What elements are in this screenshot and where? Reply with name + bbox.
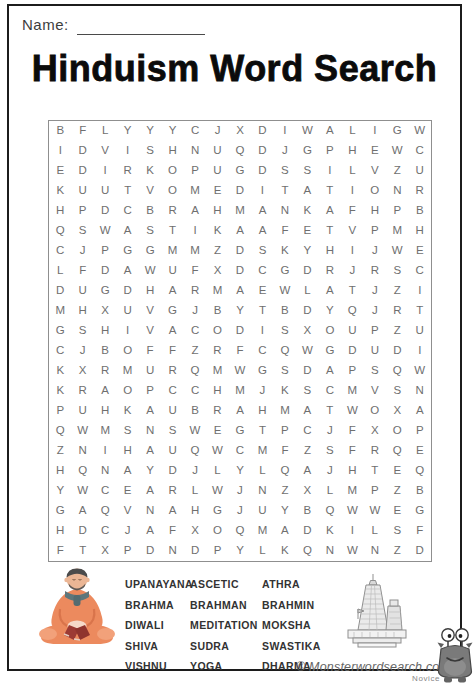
grid-cell[interactable]: Q [71, 461, 93, 481]
grid-cell[interactable]: S [296, 161, 318, 181]
grid-cell[interactable]: T [251, 301, 273, 321]
grid-cell[interactable]: J [184, 301, 206, 321]
grid-cell[interactable]: D [116, 281, 138, 301]
grid-cell[interactable]: X [206, 261, 228, 281]
grid-cell[interactable]: I [49, 141, 71, 161]
grid-cell[interactable]: I [341, 241, 363, 261]
grid-cell[interactable]: V [341, 221, 363, 241]
grid-cell[interactable]: Q [341, 301, 363, 321]
grid-cell[interactable]: S [296, 381, 318, 401]
grid-cell[interactable]: C [94, 481, 116, 501]
grid-cell[interactable]: J [184, 461, 206, 481]
grid-cell[interactable]: I [274, 121, 296, 141]
grid-cell[interactable]: W [296, 121, 318, 141]
grid-cell[interactable]: T [319, 401, 341, 421]
grid-cell[interactable]: Q [319, 501, 341, 521]
grid-cell[interactable]: W [94, 221, 116, 241]
grid-cell[interactable]: F [184, 261, 206, 281]
grid-cell[interactable]: I [184, 221, 206, 241]
grid-cell[interactable]: A [296, 181, 318, 201]
grid-cell[interactable]: H [94, 401, 116, 421]
grid-cell[interactable]: A [94, 381, 116, 401]
grid-cell[interactable]: D [229, 181, 251, 201]
grid-cell[interactable]: M [184, 241, 206, 261]
grid-cell[interactable]: S [116, 421, 138, 441]
grid-cell[interactable]: E [409, 241, 431, 261]
grid-cell[interactable]: D [251, 141, 273, 161]
grid-cell[interactable]: E [409, 441, 431, 461]
grid-cell[interactable]: U [71, 401, 93, 421]
grid-cell[interactable]: Q [184, 361, 206, 381]
grid-cell[interactable]: Y [274, 501, 296, 521]
grid-cell[interactable]: D [251, 161, 273, 181]
grid-cell[interactable]: Y [296, 241, 318, 261]
grid-cell[interactable]: D [94, 201, 116, 221]
grid-cell[interactable]: T [71, 541, 93, 561]
grid-cell[interactable]: N [71, 441, 93, 461]
grid-cell[interactable]: I [409, 281, 431, 301]
grid-cell[interactable]: R [116, 161, 138, 181]
grid-cell[interactable]: S [386, 381, 408, 401]
grid-cell[interactable]: C [184, 121, 206, 141]
grid-cell[interactable]: J [116, 521, 138, 541]
grid-cell[interactable]: O [206, 521, 228, 541]
grid-cell[interactable]: B [49, 121, 71, 141]
grid-cell[interactable]: G [139, 241, 161, 261]
grid-cell[interactable]: R [161, 201, 183, 221]
grid-cell[interactable]: M [49, 301, 71, 321]
grid-cell[interactable]: V [139, 181, 161, 201]
grid-cell[interactable]: S [364, 361, 386, 381]
grid-cell[interactable]: W [364, 501, 386, 521]
grid-cell[interactable]: M [251, 521, 273, 541]
grid-cell[interactable]: U [206, 141, 228, 161]
grid-cell[interactable]: D [251, 121, 273, 141]
grid-cell[interactable]: B [206, 301, 228, 321]
grid-cell[interactable]: X [229, 121, 251, 141]
grid-cell[interactable]: D [49, 281, 71, 301]
grid-cell[interactable]: F [409, 521, 431, 541]
grid-cell[interactable]: P [364, 221, 386, 241]
grid-cell[interactable]: N [251, 481, 273, 501]
grid-cell[interactable]: K [206, 221, 228, 241]
grid-cell[interactable]: B [409, 201, 431, 221]
grid-cell[interactable]: T [161, 221, 183, 241]
grid-cell[interactable]: Y [49, 481, 71, 501]
grid-cell[interactable]: W [409, 121, 431, 141]
grid-cell[interactable]: D [71, 141, 93, 161]
grid-cell[interactable]: T [319, 181, 341, 201]
grid-cell[interactable]: Q [386, 441, 408, 461]
grid-cell[interactable]: P [71, 201, 93, 221]
grid-cell[interactable]: M [229, 381, 251, 401]
grid-cell[interactable]: I [341, 181, 363, 201]
grid-cell[interactable]: M [386, 221, 408, 241]
grid-cell[interactable]: U [161, 261, 183, 281]
grid-cell[interactable]: D [409, 541, 431, 561]
grid-cell[interactable]: X [386, 401, 408, 421]
grid-cell[interactable]: E [386, 461, 408, 481]
grid-cell[interactable]: K [296, 201, 318, 221]
grid-cell[interactable]: M [341, 381, 363, 401]
grid-cell[interactable]: Z [386, 161, 408, 181]
grid-cell[interactable]: P [206, 541, 228, 561]
grid-cell[interactable]: U [364, 341, 386, 361]
grid-cell[interactable]: L [364, 521, 386, 541]
grid-cell[interactable]: L [341, 121, 363, 141]
grid-cell[interactable]: I [341, 521, 363, 541]
grid-cell[interactable]: V [139, 321, 161, 341]
grid-cell[interactable]: K [49, 381, 71, 401]
grid-cell[interactable]: X [94, 541, 116, 561]
grid-cell[interactable]: L [296, 281, 318, 301]
grid-cell[interactable]: Y [319, 301, 341, 321]
grid-cell[interactable]: A [161, 321, 183, 341]
grid-cell[interactable]: Y [116, 121, 138, 141]
grid-cell[interactable]: A [161, 501, 183, 521]
grid-cell[interactable]: I [251, 321, 273, 341]
grid-cell[interactable]: C [49, 241, 71, 261]
grid-cell[interactable]: N [364, 541, 386, 561]
grid-cell[interactable]: C [296, 421, 318, 441]
grid-cell[interactable]: U [161, 401, 183, 421]
grid-cell[interactable]: F [341, 441, 363, 461]
grid-cell[interactable]: S [251, 241, 273, 261]
grid-cell[interactable]: D [184, 541, 206, 561]
grid-cell[interactable]: H [341, 461, 363, 481]
grid-cell[interactable]: J [364, 281, 386, 301]
grid-cell[interactable]: M [274, 401, 296, 421]
grid-cell[interactable]: E [364, 141, 386, 161]
grid-cell[interactable]: Q [409, 461, 431, 481]
grid-cell[interactable]: W [341, 501, 363, 521]
grid-cell[interactable]: L [184, 481, 206, 501]
grid-cell[interactable]: U [71, 181, 93, 201]
grid-cell[interactable]: G [161, 301, 183, 321]
grid-cell[interactable]: T [251, 421, 273, 441]
grid-cell[interactable]: A [251, 221, 273, 241]
grid-cell[interactable]: E [386, 501, 408, 521]
grid-cell[interactable]: F [274, 441, 296, 461]
grid-cell[interactable]: G [94, 281, 116, 301]
grid-cell[interactable]: S [139, 221, 161, 241]
grid-cell[interactable]: G [116, 241, 138, 261]
grid-cell[interactable]: Q [184, 441, 206, 461]
grid-cell[interactable]: O [116, 341, 138, 361]
grid-cell[interactable]: B [184, 401, 206, 421]
grid-cell[interactable]: C [161, 381, 183, 401]
grid-cell[interactable]: U [409, 161, 431, 181]
grid-cell[interactable]: B [139, 201, 161, 221]
grid-cell[interactable]: F [229, 341, 251, 361]
grid-cell[interactable]: V [364, 381, 386, 401]
grid-cell[interactable]: R [161, 361, 183, 381]
grid-cell[interactable]: U [206, 161, 228, 181]
grid-cell[interactable]: H [49, 201, 71, 221]
grid-cell[interactable]: R [206, 401, 228, 421]
grid-cell[interactable]: P [409, 421, 431, 441]
grid-cell[interactable]: C [251, 341, 273, 361]
grid-cell[interactable]: G [229, 161, 251, 181]
grid-cell[interactable]: M [206, 281, 228, 301]
grid-cell[interactable]: X [71, 361, 93, 381]
grid-cell[interactable]: R [386, 301, 408, 321]
grid-cell[interactable]: V [139, 301, 161, 321]
grid-cell[interactable]: W [229, 361, 251, 381]
grid-cell[interactable]: S [319, 441, 341, 461]
grid-cell[interactable]: A [139, 521, 161, 541]
grid-cell[interactable]: W [184, 421, 206, 441]
grid-cell[interactable]: D [94, 261, 116, 281]
grid-cell[interactable]: F [71, 121, 93, 141]
grid-cell[interactable]: J [319, 421, 341, 441]
grid-cell[interactable]: D [229, 321, 251, 341]
grid-cell[interactable]: S [386, 521, 408, 541]
grid-cell[interactable]: K [319, 521, 341, 541]
grid-cell[interactable]: J [341, 261, 363, 281]
grid-cell[interactable]: D [386, 341, 408, 361]
grid-cell[interactable]: H [409, 221, 431, 241]
grid-cell[interactable]: P [386, 201, 408, 221]
grid-cell[interactable]: R [161, 481, 183, 501]
grid-cell[interactable]: W [386, 141, 408, 161]
grid-cell[interactable]: K [274, 381, 296, 401]
grid-cell[interactable]: L [251, 461, 273, 481]
grid-cell[interactable]: H [319, 241, 341, 261]
grid-cell[interactable]: Z [386, 321, 408, 341]
grid-cell[interactable]: R [409, 181, 431, 201]
grid-cell[interactable]: Y [229, 541, 251, 561]
grid-cell[interactable]: N [161, 541, 183, 561]
grid-cell[interactable]: D [341, 341, 363, 361]
grid-cell[interactable]: A [139, 441, 161, 461]
grid-cell[interactable]: O [161, 161, 183, 181]
grid-cell[interactable]: X [296, 321, 318, 341]
grid-cell[interactable]: J [274, 141, 296, 161]
grid-cell[interactable]: B [274, 301, 296, 321]
grid-cell[interactable]: Q [94, 501, 116, 521]
grid-cell[interactable]: I [319, 161, 341, 181]
grid-cell[interactable]: D [161, 461, 183, 481]
grid-cell[interactable]: T [364, 461, 386, 481]
grid-cell[interactable]: R [71, 381, 93, 401]
grid-cell[interactable]: H [341, 141, 363, 161]
grid-cell[interactable]: W [386, 241, 408, 261]
grid-cell[interactable]: W [139, 261, 161, 281]
grid-cell[interactable]: C [116, 201, 138, 221]
grid-cell[interactable]: H [184, 501, 206, 521]
grid-cell[interactable]: H [49, 461, 71, 481]
grid-cell[interactable]: I [94, 441, 116, 461]
grid-cell[interactable]: G [386, 121, 408, 141]
grid-cell[interactable]: J [251, 381, 273, 401]
grid-cell[interactable]: W [71, 481, 93, 501]
grid-cell[interactable]: D [71, 521, 93, 541]
grid-cell[interactable]: K [116, 401, 138, 421]
grid-cell[interactable]: S [139, 141, 161, 161]
grid-cell[interactable]: N [94, 461, 116, 481]
grid-cell[interactable]: X [296, 481, 318, 501]
grid-cell[interactable]: F [139, 341, 161, 361]
grid-cell[interactable]: Q [229, 521, 251, 541]
grid-cell[interactable]: T [319, 221, 341, 241]
grid-cell[interactable]: P [94, 241, 116, 261]
grid-cell[interactable]: O [364, 401, 386, 421]
grid-cell[interactable]: K [274, 541, 296, 561]
grid-cell[interactable]: N [139, 421, 161, 441]
grid-cell[interactable]: D [139, 541, 161, 561]
grid-cell[interactable]: H [206, 381, 228, 401]
grid-cell[interactable]: Z [386, 541, 408, 561]
grid-cell[interactable]: U [94, 181, 116, 201]
grid-cell[interactable]: A [116, 461, 138, 481]
grid-cell[interactable]: A [71, 501, 93, 521]
grid-cell[interactable]: Z [274, 481, 296, 501]
grid-cell[interactable]: B [296, 501, 318, 521]
grid-cell[interactable]: N [274, 201, 296, 221]
grid-cell[interactable]: A [116, 261, 138, 281]
grid-cell[interactable]: U [139, 361, 161, 381]
grid-cell[interactable]: N [319, 541, 341, 561]
grid-cell[interactable]: P [184, 161, 206, 181]
grid-cell[interactable]: W [341, 541, 363, 561]
grid-cell[interactable]: A [296, 401, 318, 421]
grid-cell[interactable]: F [274, 221, 296, 241]
grid-cell[interactable]: H [49, 521, 71, 541]
grid-cell[interactable]: H [251, 401, 273, 421]
grid-cell[interactable]: D [229, 261, 251, 281]
grid-cell[interactable]: Q [274, 341, 296, 361]
grid-cell[interactable]: W [409, 361, 431, 381]
grid-cell[interactable]: D [296, 301, 318, 321]
grid-cell[interactable]: A [251, 201, 273, 221]
grid-cell[interactable]: D [296, 361, 318, 381]
grid-cell[interactable]: K [274, 241, 296, 261]
grid-cell[interactable]: N [184, 141, 206, 161]
grid-cell[interactable]: N [409, 381, 431, 401]
grid-cell[interactable]: Z [184, 341, 206, 361]
grid-cell[interactable]: U [161, 441, 183, 461]
grid-cell[interactable]: E [206, 181, 228, 201]
grid-cell[interactable]: J [319, 461, 341, 481]
grid-cell[interactable]: C [94, 521, 116, 541]
grid-cell[interactable]: U [341, 321, 363, 341]
grid-cell[interactable]: C [184, 321, 206, 341]
grid-cell[interactable]: C [409, 261, 431, 281]
grid-cell[interactable]: E [251, 281, 273, 301]
grid-cell[interactable]: Z [49, 441, 71, 461]
grid-cell[interactable]: M [116, 361, 138, 381]
grid-cell[interactable]: Z [386, 481, 408, 501]
grid-cell[interactable]: Y [229, 301, 251, 321]
grid-cell[interactable]: J [206, 121, 228, 141]
grid-cell[interactable]: A [409, 401, 431, 421]
grid-cell[interactable]: S [386, 261, 408, 281]
grid-cell[interactable]: J [364, 241, 386, 261]
grid-cell[interactable]: H [206, 201, 228, 221]
grid-cell[interactable]: S [71, 221, 93, 241]
grid-cell[interactable]: J [71, 241, 93, 261]
grid-cell[interactable]: S [274, 321, 296, 341]
grid-cell[interactable]: Z [296, 441, 318, 461]
grid-cell[interactable]: K [139, 161, 161, 181]
grid-cell[interactable]: Q [296, 541, 318, 561]
grid-cell[interactable]: I [116, 141, 138, 161]
grid-cell[interactable]: H [161, 141, 183, 161]
grid-cell[interactable]: Y [229, 461, 251, 481]
grid-cell[interactable]: G [274, 261, 296, 281]
grid-cell[interactable]: C [251, 261, 273, 281]
grid-cell[interactable]: X [94, 301, 116, 321]
grid-cell[interactable]: P [49, 401, 71, 421]
grid-cell[interactable]: O [206, 321, 228, 341]
grid-cell[interactable]: T [116, 181, 138, 201]
grid-cell[interactable]: X [184, 521, 206, 541]
grid-cell[interactable]: E [296, 221, 318, 241]
grid-cell[interactable]: R [184, 281, 206, 301]
grid-cell[interactable]: M [206, 361, 228, 381]
grid-cell[interactable]: F [71, 261, 93, 281]
grid-cell[interactable]: J [71, 341, 93, 361]
grid-cell[interactable]: W [274, 281, 296, 301]
grid-cell[interactable]: S [274, 161, 296, 181]
grid-cell[interactable]: T [274, 181, 296, 201]
grid-cell[interactable]: M [251, 441, 273, 461]
grid-cell[interactable]: W [341, 401, 363, 421]
grid-cell[interactable]: I [94, 161, 116, 181]
grid-cell[interactable]: M [229, 201, 251, 221]
grid-cell[interactable]: A [319, 281, 341, 301]
grid-cell[interactable]: A [274, 521, 296, 541]
grid-cell[interactable]: R [364, 261, 386, 281]
grid-cell[interactable]: A [229, 221, 251, 241]
grid-cell[interactable]: Y [161, 121, 183, 141]
grid-cell[interactable]: Y [139, 461, 161, 481]
grid-cell[interactable]: H [364, 201, 386, 221]
grid-cell[interactable]: W [296, 341, 318, 361]
grid-cell[interactable]: B [94, 341, 116, 361]
grid-cell[interactable]: S [274, 361, 296, 381]
grid-cell[interactable]: E [206, 421, 228, 441]
grid-cell[interactable]: B [409, 481, 431, 501]
grid-cell[interactable]: C [409, 141, 431, 161]
grid-cell[interactable]: D [229, 241, 251, 261]
grid-cell[interactable]: O [319, 321, 341, 341]
grid-cell[interactable]: G [319, 341, 341, 361]
grid-cell[interactable]: G [206, 501, 228, 521]
grid-cell[interactable]: U [409, 321, 431, 341]
grid-cell[interactable]: L [341, 161, 363, 181]
grid-cell[interactable]: J [229, 501, 251, 521]
grid-cell[interactable]: A [319, 121, 341, 141]
grid-cell[interactable]: M [341, 481, 363, 501]
grid-cell[interactable]: N [139, 501, 161, 521]
grid-cell[interactable]: P [364, 321, 386, 341]
grid-cell[interactable]: Q [229, 141, 251, 161]
grid-cell[interactable]: I [116, 321, 138, 341]
grid-cell[interactable]: H [116, 441, 138, 461]
grid-cell[interactable]: O [386, 421, 408, 441]
grid-cell[interactable]: F [161, 341, 183, 361]
grid-cell[interactable]: P [139, 381, 161, 401]
grid-cell[interactable]: D [296, 261, 318, 281]
grid-cell[interactable]: O [364, 181, 386, 201]
grid-cell[interactable]: L [319, 481, 341, 501]
grid-cell[interactable]: R [364, 441, 386, 461]
grid-cell[interactable]: L [49, 261, 71, 281]
grid-cell[interactable]: J [364, 301, 386, 321]
grid-cell[interactable]: A [184, 201, 206, 221]
